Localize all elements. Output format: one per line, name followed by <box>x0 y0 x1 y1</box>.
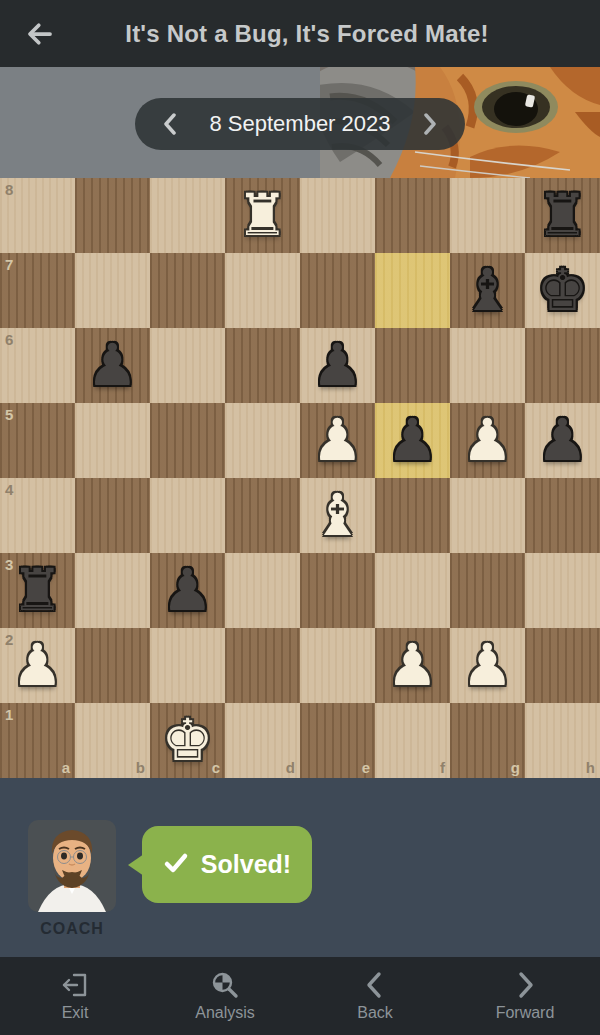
exit-door-icon <box>60 970 90 1000</box>
square-b3[interactable] <box>75 553 150 628</box>
square-b2[interactable] <box>75 628 150 703</box>
chevron-left-icon <box>360 970 390 1000</box>
square-f2[interactable]: ♟ <box>375 628 450 703</box>
coach-avatar <box>28 820 116 912</box>
puzzle-date: 8 September 2023 <box>209 111 390 137</box>
square-g3[interactable] <box>450 553 525 628</box>
black-pawn[interactable]: ♟ <box>75 328 150 403</box>
square-e4[interactable]: ♝ <box>300 478 375 553</box>
header-bar: It's Not a Bug, It's Forced Mate! <box>0 0 600 67</box>
bubble-tail <box>128 854 144 876</box>
banner: 8 September 2023 <box>0 67 600 178</box>
coach-label: COACH <box>28 920 116 938</box>
square-h7[interactable]: ♚ <box>525 253 600 328</box>
back-button[interactable]: Back <box>300 957 450 1035</box>
square-f3[interactable] <box>375 553 450 628</box>
rank-label-5: 5 <box>5 406 13 423</box>
square-g8[interactable] <box>450 178 525 253</box>
checkmark-icon <box>163 850 189 880</box>
file-label-g: g <box>511 759 520 776</box>
white-king[interactable]: ♚ <box>150 703 225 778</box>
square-d4[interactable] <box>225 478 300 553</box>
black-rook[interactable]: ♜ <box>525 178 600 253</box>
exit-button[interactable]: Exit <box>0 957 150 1035</box>
square-g6[interactable] <box>450 328 525 403</box>
rank-label-4: 4 <box>5 481 13 498</box>
file-label-e: e <box>362 759 370 776</box>
square-h4[interactable] <box>525 478 600 553</box>
square-g4[interactable] <box>450 478 525 553</box>
square-a3[interactable]: ♜3 <box>0 553 75 628</box>
white-pawn[interactable]: ♟ <box>375 628 450 703</box>
black-rook[interactable]: ♜ <box>0 553 75 628</box>
black-pawn[interactable]: ♟ <box>375 403 450 478</box>
square-g7[interactable]: ♝ <box>450 253 525 328</box>
square-g2[interactable]: ♟ <box>450 628 525 703</box>
square-a8[interactable]: 8 <box>0 178 75 253</box>
page-title: It's Not a Bug, It's Forced Mate! <box>62 20 582 48</box>
square-b5[interactable] <box>75 403 150 478</box>
square-d5[interactable] <box>225 403 300 478</box>
black-bishop[interactable]: ♝ <box>450 253 525 328</box>
square-g1[interactable]: g <box>450 703 525 778</box>
white-bishop[interactable]: ♝ <box>300 478 375 553</box>
next-date-chevron-icon[interactable] <box>417 111 443 137</box>
square-c5[interactable] <box>150 403 225 478</box>
file-label-h: h <box>586 759 595 776</box>
square-b4[interactable] <box>75 478 150 553</box>
chevron-right-icon <box>510 970 540 1000</box>
square-c3[interactable]: ♟ <box>150 553 225 628</box>
rank-label-6: 6 <box>5 331 13 348</box>
puzzle-screen: It's Not a Bug, It's Forced Mate! <box>0 0 600 1035</box>
square-a4[interactable]: 4 <box>0 478 75 553</box>
white-pawn[interactable]: ♟ <box>300 403 375 478</box>
square-c4[interactable] <box>150 478 225 553</box>
analysis-magnifier-icon <box>210 970 240 1000</box>
file-label-d: d <box>286 759 295 776</box>
square-f4[interactable] <box>375 478 450 553</box>
square-b6[interactable]: ♟ <box>75 328 150 403</box>
square-h5[interactable]: ♟ <box>525 403 600 478</box>
square-d2[interactable] <box>225 628 300 703</box>
square-b1[interactable]: b <box>75 703 150 778</box>
square-g5[interactable]: ♟ <box>450 403 525 478</box>
black-pawn[interactable]: ♟ <box>300 328 375 403</box>
back-label: Back <box>357 1004 393 1022</box>
square-h6[interactable] <box>525 328 600 403</box>
square-a5[interactable]: 5 <box>0 403 75 478</box>
back-arrow-icon[interactable] <box>18 12 62 56</box>
square-a2[interactable]: ♟2 <box>0 628 75 703</box>
square-f7[interactable] <box>375 253 450 328</box>
square-e2[interactable] <box>300 628 375 703</box>
forward-label: Forward <box>496 1004 555 1022</box>
file-label-f: f <box>440 759 445 776</box>
square-e3[interactable] <box>300 553 375 628</box>
date-selector: 8 September 2023 <box>135 98 465 150</box>
white-pawn[interactable]: ♟ <box>0 628 75 703</box>
rank-label-1: 1 <box>5 706 13 723</box>
analysis-label: Analysis <box>195 1004 255 1022</box>
square-d3[interactable] <box>225 553 300 628</box>
square-b8[interactable] <box>75 178 150 253</box>
rank-label-8: 8 <box>5 181 13 198</box>
square-h1[interactable]: h <box>525 703 600 778</box>
solved-text: Solved! <box>201 850 291 879</box>
file-label-b: b <box>136 759 145 776</box>
square-f8[interactable] <box>375 178 450 253</box>
square-c2[interactable] <box>150 628 225 703</box>
bottom-nav: Exit Analysis Back Forward <box>0 957 600 1035</box>
exit-label: Exit <box>62 1004 89 1022</box>
square-a1[interactable]: 1a <box>0 703 75 778</box>
square-e5[interactable]: ♟ <box>300 403 375 478</box>
square-a7[interactable]: 7 <box>0 253 75 328</box>
square-c8[interactable] <box>150 178 225 253</box>
square-f6[interactable] <box>375 328 450 403</box>
black-king[interactable]: ♚ <box>525 253 600 328</box>
white-pawn[interactable]: ♟ <box>450 403 525 478</box>
square-e8[interactable] <box>300 178 375 253</box>
solved-bubble: Solved! <box>142 826 312 903</box>
square-e6[interactable]: ♟ <box>300 328 375 403</box>
square-c1[interactable]: ♚c <box>150 703 225 778</box>
black-pawn[interactable]: ♟ <box>525 403 600 478</box>
square-c6[interactable] <box>150 328 225 403</box>
square-e7[interactable] <box>300 253 375 328</box>
square-d8[interactable]: ♜ <box>225 178 300 253</box>
square-h3[interactable] <box>525 553 600 628</box>
square-h2[interactable] <box>525 628 600 703</box>
square-e1[interactable]: e <box>300 703 375 778</box>
square-d1[interactable]: d <box>225 703 300 778</box>
analysis-button[interactable]: Analysis <box>150 957 300 1035</box>
white-pawn[interactable]: ♟ <box>450 628 525 703</box>
file-label-a: a <box>62 759 70 776</box>
square-b7[interactable] <box>75 253 150 328</box>
coach-panel: COACH Solved! <box>0 778 600 957</box>
square-f5[interactable]: ♟ <box>375 403 450 478</box>
chess-board: 8♜♜7♝♚6♟♟5♟♟♟♟4♝♜3♟♟2♟♟1ab♚cdefgh <box>0 178 600 778</box>
square-d6[interactable] <box>225 328 300 403</box>
square-a6[interactable]: 6 <box>0 328 75 403</box>
square-f1[interactable]: f <box>375 703 450 778</box>
rank-label-7: 7 <box>5 256 13 273</box>
white-rook[interactable]: ♜ <box>225 178 300 253</box>
square-d7[interactable] <box>225 253 300 328</box>
forward-button[interactable]: Forward <box>450 957 600 1035</box>
black-pawn[interactable]: ♟ <box>150 553 225 628</box>
square-c7[interactable] <box>150 253 225 328</box>
previous-date-chevron-icon[interactable] <box>157 111 183 137</box>
square-h8[interactable]: ♜ <box>525 178 600 253</box>
